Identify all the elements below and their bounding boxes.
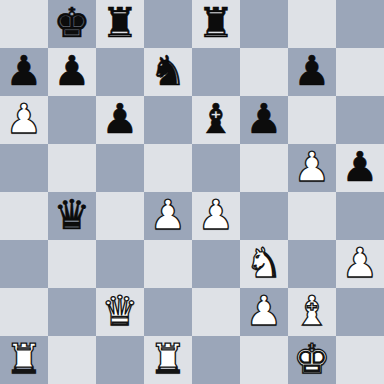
square-h4[interactable] — [336, 192, 384, 240]
square-f5[interactable] — [240, 144, 288, 192]
white-pawn[interactable]: ♟ — [342, 240, 379, 287]
square-c8[interactable]: ♜ — [96, 0, 144, 48]
black-pawn[interactable]: ♟ — [294, 48, 331, 95]
square-d8[interactable] — [144, 0, 192, 48]
square-d7[interactable]: ♞ — [144, 48, 192, 96]
square-g7[interactable]: ♟ — [288, 48, 336, 96]
square-e6[interactable]: ♝ — [192, 96, 240, 144]
square-g6[interactable] — [288, 96, 336, 144]
square-f8[interactable] — [240, 0, 288, 48]
square-d5[interactable] — [144, 144, 192, 192]
square-c7[interactable] — [96, 48, 144, 96]
square-a8[interactable] — [0, 0, 48, 48]
square-h6[interactable] — [336, 96, 384, 144]
square-a7[interactable]: ♟ — [0, 48, 48, 96]
square-e4[interactable]: ♟ — [192, 192, 240, 240]
square-a3[interactable] — [0, 240, 48, 288]
chess-board: ♚♜♜♟♟♞♟♟♟♝♟♟♟♛♟♟♞♟♛♟♝♜♜♚ — [0, 0, 384, 384]
square-e5[interactable] — [192, 144, 240, 192]
square-a1[interactable]: ♜ — [0, 336, 48, 384]
black-pawn[interactable]: ♟ — [102, 96, 139, 143]
square-c2[interactable]: ♛ — [96, 288, 144, 336]
square-b3[interactable] — [48, 240, 96, 288]
square-h2[interactable] — [336, 288, 384, 336]
square-e7[interactable] — [192, 48, 240, 96]
square-e3[interactable] — [192, 240, 240, 288]
black-pawn[interactable]: ♟ — [342, 144, 379, 191]
black-king[interactable]: ♚ — [54, 0, 91, 47]
black-pawn[interactable]: ♟ — [246, 96, 283, 143]
square-f4[interactable] — [240, 192, 288, 240]
square-c3[interactable] — [96, 240, 144, 288]
square-h5[interactable]: ♟ — [336, 144, 384, 192]
square-c4[interactable] — [96, 192, 144, 240]
square-e1[interactable] — [192, 336, 240, 384]
white-pawn[interactable]: ♟ — [294, 144, 331, 191]
square-f1[interactable] — [240, 336, 288, 384]
square-d4[interactable]: ♟ — [144, 192, 192, 240]
square-d2[interactable] — [144, 288, 192, 336]
square-a4[interactable] — [0, 192, 48, 240]
square-f3[interactable]: ♞ — [240, 240, 288, 288]
black-knight[interactable]: ♞ — [150, 48, 187, 95]
black-pawn[interactable]: ♟ — [54, 48, 91, 95]
square-h7[interactable] — [336, 48, 384, 96]
black-pawn[interactable]: ♟ — [6, 48, 43, 95]
square-g8[interactable] — [288, 0, 336, 48]
square-f2[interactable]: ♟ — [240, 288, 288, 336]
white-pawn[interactable]: ♟ — [150, 192, 187, 239]
square-g2[interactable]: ♝ — [288, 288, 336, 336]
square-b1[interactable] — [48, 336, 96, 384]
square-g3[interactable] — [288, 240, 336, 288]
square-e8[interactable]: ♜ — [192, 0, 240, 48]
white-rook[interactable]: ♜ — [6, 336, 43, 383]
square-c6[interactable]: ♟ — [96, 96, 144, 144]
square-f6[interactable]: ♟ — [240, 96, 288, 144]
square-a6[interactable]: ♟ — [0, 96, 48, 144]
square-h8[interactable] — [336, 0, 384, 48]
white-pawn[interactable]: ♟ — [246, 288, 283, 335]
square-e2[interactable] — [192, 288, 240, 336]
square-a2[interactable] — [0, 288, 48, 336]
square-d3[interactable] — [144, 240, 192, 288]
square-g4[interactable] — [288, 192, 336, 240]
square-b5[interactable] — [48, 144, 96, 192]
square-b6[interactable] — [48, 96, 96, 144]
black-queen[interactable]: ♛ — [54, 192, 91, 239]
white-queen[interactable]: ♛ — [102, 288, 139, 335]
square-c1[interactable] — [96, 336, 144, 384]
square-b8[interactable]: ♚ — [48, 0, 96, 48]
square-b4[interactable]: ♛ — [48, 192, 96, 240]
white-pawn[interactable]: ♟ — [6, 96, 43, 143]
black-rook[interactable]: ♜ — [102, 0, 139, 47]
square-b2[interactable] — [48, 288, 96, 336]
white-rook[interactable]: ♜ — [150, 336, 187, 383]
white-knight[interactable]: ♞ — [246, 240, 283, 287]
square-h3[interactable]: ♟ — [336, 240, 384, 288]
white-bishop[interactable]: ♝ — [294, 288, 331, 335]
black-rook[interactable]: ♜ — [198, 0, 235, 47]
square-b7[interactable]: ♟ — [48, 48, 96, 96]
square-d1[interactable]: ♜ — [144, 336, 192, 384]
square-g5[interactable]: ♟ — [288, 144, 336, 192]
square-c5[interactable] — [96, 144, 144, 192]
white-pawn[interactable]: ♟ — [198, 192, 235, 239]
square-g1[interactable]: ♚ — [288, 336, 336, 384]
square-d6[interactable] — [144, 96, 192, 144]
square-f7[interactable] — [240, 48, 288, 96]
square-a5[interactable] — [0, 144, 48, 192]
black-bishop[interactable]: ♝ — [198, 96, 235, 143]
square-h1[interactable] — [336, 336, 384, 384]
white-king[interactable]: ♚ — [294, 336, 331, 383]
